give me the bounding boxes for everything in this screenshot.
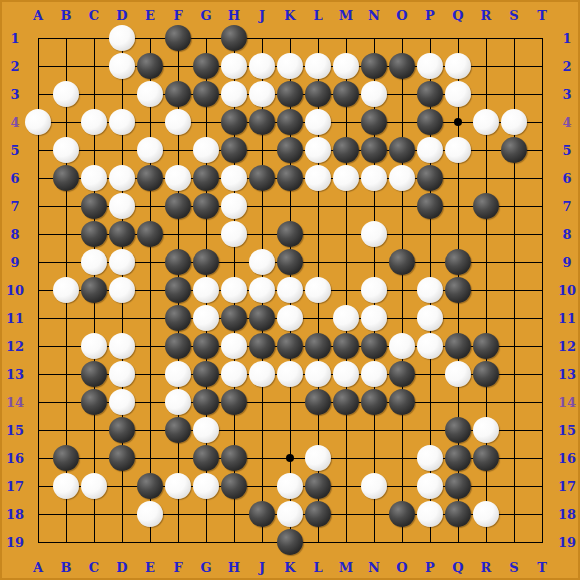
white-stone-P11 — [417, 305, 443, 331]
white-stone-F13 — [165, 361, 191, 387]
point-J16[interactable] — [248, 444, 276, 472]
row-label-18: 18 — [554, 500, 580, 528]
point-E7[interactable] — [136, 192, 164, 220]
white-stone-H3 — [221, 81, 247, 107]
point-Q7[interactable] — [444, 192, 472, 220]
col-label-J: J — [248, 554, 276, 580]
point-P10 — [416, 276, 444, 304]
point-P19[interactable] — [416, 528, 444, 556]
white-stone-B5 — [53, 137, 79, 163]
point-C8 — [80, 220, 108, 248]
point-S10[interactable] — [500, 276, 528, 304]
black-stone-Q16 — [445, 445, 471, 471]
point-A11[interactable] — [24, 304, 52, 332]
point-L10 — [304, 276, 332, 304]
point-B11[interactable] — [52, 304, 80, 332]
point-D2 — [108, 52, 136, 80]
point-N17 — [360, 472, 388, 500]
point-B14[interactable] — [52, 388, 80, 416]
col-label-P: P — [416, 554, 444, 580]
point-Q8[interactable] — [444, 220, 472, 248]
point-S13[interactable] — [500, 360, 528, 388]
point-G1[interactable] — [192, 24, 220, 52]
point-B18[interactable] — [52, 500, 80, 528]
point-R17[interactable] — [472, 472, 500, 500]
point-L9[interactable] — [304, 248, 332, 276]
black-stone-F12 — [165, 333, 191, 359]
point-P18 — [416, 500, 444, 528]
point-R1[interactable] — [472, 24, 500, 52]
point-B7[interactable] — [52, 192, 80, 220]
point-O7[interactable] — [388, 192, 416, 220]
white-stone-P18 — [417, 501, 443, 527]
col-label-C: C — [80, 554, 108, 580]
point-A19[interactable] — [24, 528, 52, 556]
point-S2[interactable] — [500, 52, 528, 80]
point-P14[interactable] — [416, 388, 444, 416]
point-P1[interactable] — [416, 24, 444, 52]
point-F16[interactable] — [164, 444, 192, 472]
point-B15[interactable] — [52, 416, 80, 444]
point-P8[interactable] — [416, 220, 444, 248]
point-P11 — [416, 304, 444, 332]
point-J9 — [248, 248, 276, 276]
black-stone-K8 — [277, 221, 303, 247]
point-R5[interactable] — [472, 136, 500, 164]
point-L18 — [304, 500, 332, 528]
point-N1[interactable] — [360, 24, 388, 52]
black-stone-G13 — [193, 361, 219, 387]
point-Q13 — [444, 360, 472, 388]
point-T6[interactable] — [528, 164, 556, 192]
point-G12 — [192, 332, 220, 360]
point-R14[interactable] — [472, 388, 500, 416]
point-S7[interactable] — [500, 192, 528, 220]
point-Q14[interactable] — [444, 388, 472, 416]
point-J5[interactable] — [248, 136, 276, 164]
point-E14[interactable] — [136, 388, 164, 416]
point-E4[interactable] — [136, 108, 164, 136]
point-T14[interactable] — [528, 388, 556, 416]
point-S9[interactable] — [500, 248, 528, 276]
point-M19[interactable] — [332, 528, 360, 556]
point-M15[interactable] — [332, 416, 360, 444]
point-Q11[interactable] — [444, 304, 472, 332]
white-stone-O6 — [389, 165, 415, 191]
point-E10[interactable] — [136, 276, 164, 304]
point-P13[interactable] — [416, 360, 444, 388]
point-K16[interactable] — [276, 444, 304, 472]
point-G8[interactable] — [192, 220, 220, 248]
point-A5[interactable] — [24, 136, 52, 164]
point-N9[interactable] — [360, 248, 388, 276]
black-stone-R12 — [473, 333, 499, 359]
point-D4 — [108, 108, 136, 136]
point-A1[interactable] — [24, 24, 52, 52]
point-B3 — [52, 80, 80, 108]
point-K14[interactable] — [276, 388, 304, 416]
black-stone-J18 — [249, 501, 275, 527]
black-stone-L12 — [305, 333, 331, 359]
point-R19[interactable] — [472, 528, 500, 556]
point-T4[interactable] — [528, 108, 556, 136]
white-stone-L16 — [305, 445, 331, 471]
white-stone-L6 — [305, 165, 331, 191]
point-D19[interactable] — [108, 528, 136, 556]
point-D5[interactable] — [108, 136, 136, 164]
point-S15[interactable] — [500, 416, 528, 444]
point-S14[interactable] — [500, 388, 528, 416]
point-G17 — [192, 472, 220, 500]
point-E18 — [136, 500, 164, 528]
white-stone-N17 — [361, 473, 387, 499]
white-stone-D13 — [109, 361, 135, 387]
black-stone-J4 — [249, 109, 275, 135]
point-B5 — [52, 136, 80, 164]
point-Q4[interactable] — [444, 108, 472, 136]
point-G4[interactable] — [192, 108, 220, 136]
point-G15 — [192, 416, 220, 444]
point-B9[interactable] — [52, 248, 80, 276]
point-J8[interactable] — [248, 220, 276, 248]
point-R3[interactable] — [472, 80, 500, 108]
point-R6[interactable] — [472, 164, 500, 192]
point-E19[interactable] — [136, 528, 164, 556]
point-T15[interactable] — [528, 416, 556, 444]
point-M17[interactable] — [332, 472, 360, 500]
point-E16[interactable] — [136, 444, 164, 472]
point-S6[interactable] — [500, 164, 528, 192]
point-K17 — [276, 472, 304, 500]
point-D3[interactable] — [108, 80, 136, 108]
point-G2 — [192, 52, 220, 80]
point-B8[interactable] — [52, 220, 80, 248]
point-C2[interactable] — [80, 52, 108, 80]
white-stone-K11 — [277, 305, 303, 331]
point-H15[interactable] — [220, 416, 248, 444]
black-stone-E2 — [137, 53, 163, 79]
point-K12 — [276, 332, 304, 360]
point-M3 — [332, 80, 360, 108]
point-N16[interactable] — [360, 444, 388, 472]
point-C10 — [80, 276, 108, 304]
point-A15[interactable] — [24, 416, 52, 444]
col-label-E: E — [136, 554, 164, 580]
white-stone-D9 — [109, 249, 135, 275]
point-A10[interactable] — [24, 276, 52, 304]
point-O18 — [388, 500, 416, 528]
point-N13 — [360, 360, 388, 388]
point-T3[interactable] — [528, 80, 556, 108]
point-F8[interactable] — [164, 220, 192, 248]
point-E9[interactable] — [136, 248, 164, 276]
point-O11[interactable] — [388, 304, 416, 332]
point-G16 — [192, 444, 220, 472]
point-N7[interactable] — [360, 192, 388, 220]
point-T18[interactable] — [528, 500, 556, 528]
point-O8[interactable] — [388, 220, 416, 248]
white-stone-P10 — [417, 277, 443, 303]
point-T8[interactable] — [528, 220, 556, 248]
point-M9[interactable] — [332, 248, 360, 276]
point-Q18 — [444, 500, 472, 528]
point-J15[interactable] — [248, 416, 276, 444]
point-T2[interactable] — [528, 52, 556, 80]
point-J19[interactable] — [248, 528, 276, 556]
point-S18[interactable] — [500, 500, 528, 528]
point-M18[interactable] — [332, 500, 360, 528]
point-C11[interactable] — [80, 304, 108, 332]
point-F17 — [164, 472, 192, 500]
point-A2[interactable] — [24, 52, 52, 80]
point-L1[interactable] — [304, 24, 332, 52]
point-N5 — [360, 136, 388, 164]
point-B19[interactable] — [52, 528, 80, 556]
point-N18[interactable] — [360, 500, 388, 528]
black-stone-K3 — [277, 81, 303, 107]
point-C5[interactable] — [80, 136, 108, 164]
point-S11[interactable] — [500, 304, 528, 332]
black-stone-G9 — [193, 249, 219, 275]
point-D11[interactable] — [108, 304, 136, 332]
point-M10[interactable] — [332, 276, 360, 304]
white-stone-A4 — [25, 109, 51, 135]
point-N3 — [360, 80, 388, 108]
point-A4 — [24, 108, 52, 136]
point-A16[interactable] — [24, 444, 52, 472]
point-A12[interactable] — [24, 332, 52, 360]
point-E5 — [136, 136, 164, 164]
point-M8[interactable] — [332, 220, 360, 248]
point-B1[interactable] — [52, 24, 80, 52]
point-K7[interactable] — [276, 192, 304, 220]
point-C16[interactable] — [80, 444, 108, 472]
black-stone-H17 — [221, 473, 247, 499]
black-stone-L18 — [305, 501, 331, 527]
point-A18[interactable] — [24, 500, 52, 528]
point-H19[interactable] — [220, 528, 248, 556]
white-stone-F6 — [165, 165, 191, 191]
point-R8[interactable] — [472, 220, 500, 248]
point-K15[interactable] — [276, 416, 304, 444]
point-N2 — [360, 52, 388, 80]
point-T5[interactable] — [528, 136, 556, 164]
point-K10 — [276, 276, 304, 304]
point-F2[interactable] — [164, 52, 192, 80]
black-stone-H4 — [221, 109, 247, 135]
point-P7 — [416, 192, 444, 220]
point-J17[interactable] — [248, 472, 276, 500]
point-A6[interactable] — [24, 164, 52, 192]
point-J2 — [248, 52, 276, 80]
white-stone-K2 — [277, 53, 303, 79]
point-D17[interactable] — [108, 472, 136, 500]
point-O15[interactable] — [388, 416, 416, 444]
point-S1[interactable] — [500, 24, 528, 52]
point-O17[interactable] — [388, 472, 416, 500]
white-stone-G11 — [193, 305, 219, 331]
black-stone-C13 — [81, 361, 107, 387]
star-point-K16 — [286, 454, 294, 462]
point-P9[interactable] — [416, 248, 444, 276]
point-N11 — [360, 304, 388, 332]
point-Q12 — [444, 332, 472, 360]
col-label-D: D — [108, 554, 136, 580]
point-O4[interactable] — [388, 108, 416, 136]
point-P5 — [416, 136, 444, 164]
point-C19[interactable] — [80, 528, 108, 556]
point-A9[interactable] — [24, 248, 52, 276]
point-B12[interactable] — [52, 332, 80, 360]
point-E12[interactable] — [136, 332, 164, 360]
point-F19[interactable] — [164, 528, 192, 556]
point-O19[interactable] — [388, 528, 416, 556]
point-D18[interactable] — [108, 500, 136, 528]
black-stone-C7 — [81, 193, 107, 219]
col-label-K: K — [276, 554, 304, 580]
point-T12[interactable] — [528, 332, 556, 360]
point-G19[interactable] — [192, 528, 220, 556]
black-stone-O2 — [389, 53, 415, 79]
point-A17[interactable] — [24, 472, 52, 500]
point-L8[interactable] — [304, 220, 332, 248]
point-R10[interactable] — [472, 276, 500, 304]
point-O10[interactable] — [388, 276, 416, 304]
black-stone-O14 — [389, 389, 415, 415]
point-K19 — [276, 528, 304, 556]
point-A7[interactable] — [24, 192, 52, 220]
point-S17[interactable] — [500, 472, 528, 500]
point-A14[interactable] — [24, 388, 52, 416]
point-Q9 — [444, 248, 472, 276]
white-stone-E3 — [137, 81, 163, 107]
point-C1[interactable] — [80, 24, 108, 52]
point-B16 — [52, 444, 80, 472]
point-S3[interactable] — [500, 80, 528, 108]
point-O1[interactable] — [388, 24, 416, 52]
point-N10 — [360, 276, 388, 304]
black-stone-F11 — [165, 305, 191, 331]
point-C17 — [80, 472, 108, 500]
point-E1[interactable] — [136, 24, 164, 52]
point-R9[interactable] — [472, 248, 500, 276]
point-R2[interactable] — [472, 52, 500, 80]
point-T10[interactable] — [528, 276, 556, 304]
black-stone-N4 — [361, 109, 387, 135]
point-K1[interactable] — [276, 24, 304, 52]
white-stone-H8 — [221, 221, 247, 247]
black-stone-C8 — [81, 221, 107, 247]
point-F18[interactable] — [164, 500, 192, 528]
point-T9[interactable] — [528, 248, 556, 276]
point-N15[interactable] — [360, 416, 388, 444]
point-A13[interactable] — [24, 360, 52, 388]
white-stone-M6 — [333, 165, 359, 191]
point-L11[interactable] — [304, 304, 332, 332]
point-H9[interactable] — [220, 248, 248, 276]
point-L15[interactable] — [304, 416, 332, 444]
point-T19[interactable] — [528, 528, 556, 556]
white-stone-Q2 — [445, 53, 471, 79]
point-C3[interactable] — [80, 80, 108, 108]
point-P15[interactable] — [416, 416, 444, 444]
black-stone-G2 — [193, 53, 219, 79]
white-stone-K10 — [277, 277, 303, 303]
point-E13[interactable] — [136, 360, 164, 388]
point-G18[interactable] — [192, 500, 220, 528]
white-stone-G5 — [193, 137, 219, 163]
point-E15[interactable] — [136, 416, 164, 444]
point-R11[interactable] — [472, 304, 500, 332]
point-E11[interactable] — [136, 304, 164, 332]
point-B13[interactable] — [52, 360, 80, 388]
point-Q1[interactable] — [444, 24, 472, 52]
point-L7[interactable] — [304, 192, 332, 220]
point-J7[interactable] — [248, 192, 276, 220]
point-L2 — [304, 52, 332, 80]
point-M16[interactable] — [332, 444, 360, 472]
point-M11 — [332, 304, 360, 332]
point-M7[interactable] — [332, 192, 360, 220]
point-M4[interactable] — [332, 108, 360, 136]
point-F9 — [164, 248, 192, 276]
point-S16[interactable] — [500, 444, 528, 472]
white-stone-D12 — [109, 333, 135, 359]
point-Q19[interactable] — [444, 528, 472, 556]
white-stone-P16 — [417, 445, 443, 471]
point-T1[interactable] — [528, 24, 556, 52]
point-M13 — [332, 360, 360, 388]
point-F5[interactable] — [164, 136, 192, 164]
point-P6 — [416, 164, 444, 192]
point-C18[interactable] — [80, 500, 108, 528]
point-O14 — [388, 388, 416, 416]
point-T13[interactable] — [528, 360, 556, 388]
point-T17[interactable] — [528, 472, 556, 500]
point-L3 — [304, 80, 332, 108]
point-L19[interactable] — [304, 528, 332, 556]
point-N19[interactable] — [360, 528, 388, 556]
point-O16[interactable] — [388, 444, 416, 472]
black-stone-B6 — [53, 165, 79, 191]
black-stone-N12 — [361, 333, 387, 359]
point-A3[interactable] — [24, 80, 52, 108]
point-S19[interactable] — [500, 528, 528, 556]
point-S8[interactable] — [500, 220, 528, 248]
point-O3[interactable] — [388, 80, 416, 108]
point-G5 — [192, 136, 220, 164]
black-stone-F9 — [165, 249, 191, 275]
point-T11[interactable] — [528, 304, 556, 332]
point-J14[interactable] — [248, 388, 276, 416]
point-C15[interactable] — [80, 416, 108, 444]
point-M1[interactable] — [332, 24, 360, 52]
point-A8[interactable] — [24, 220, 52, 248]
point-B2[interactable] — [52, 52, 80, 80]
point-H18[interactable] — [220, 500, 248, 528]
white-stone-K18 — [277, 501, 303, 527]
point-J1[interactable] — [248, 24, 276, 52]
point-B4[interactable] — [52, 108, 80, 136]
point-Q6[interactable] — [444, 164, 472, 192]
col-label-G: G — [192, 554, 220, 580]
point-R7 — [472, 192, 500, 220]
point-T7[interactable] — [528, 192, 556, 220]
white-stone-Q3 — [445, 81, 471, 107]
point-T16[interactable] — [528, 444, 556, 472]
point-L14 — [304, 388, 332, 416]
point-S12[interactable] — [500, 332, 528, 360]
